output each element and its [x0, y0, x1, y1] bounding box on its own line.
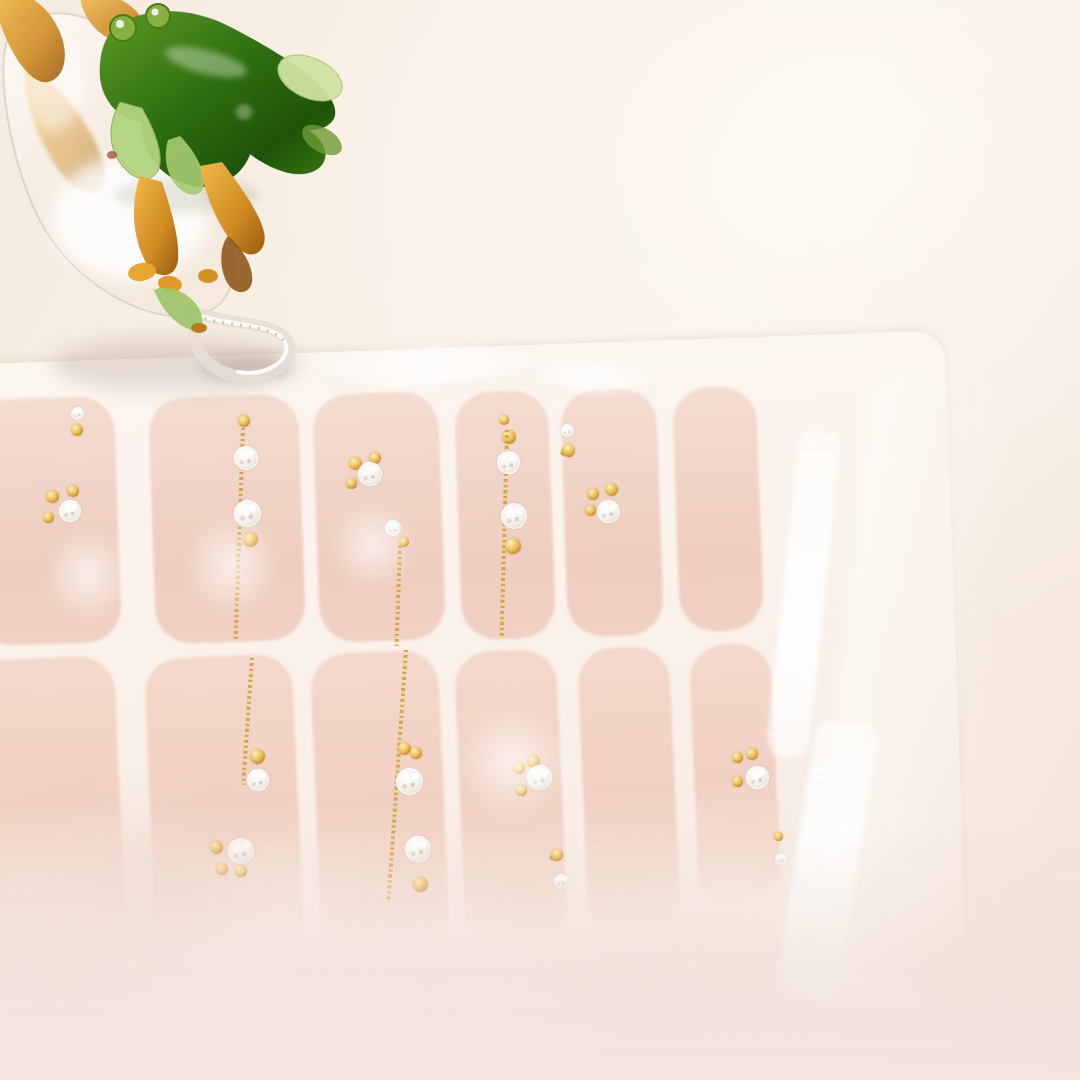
frog-eye: [110, 15, 136, 41]
photo-scene: [0, 0, 1080, 1080]
frog-eye: [146, 4, 170, 28]
frog-mouth-fleck: [107, 151, 117, 159]
glass-frog-figurine: [0, 0, 356, 426]
frog-eye-glint: [116, 20, 124, 28]
frog-side-glint: [236, 104, 252, 120]
frog-amber-toe: [198, 269, 218, 283]
frog-eye-glint: [152, 9, 159, 16]
frog-foot-amber-tip: [191, 323, 207, 333]
out-of-focus-haze: [0, 830, 1080, 1080]
